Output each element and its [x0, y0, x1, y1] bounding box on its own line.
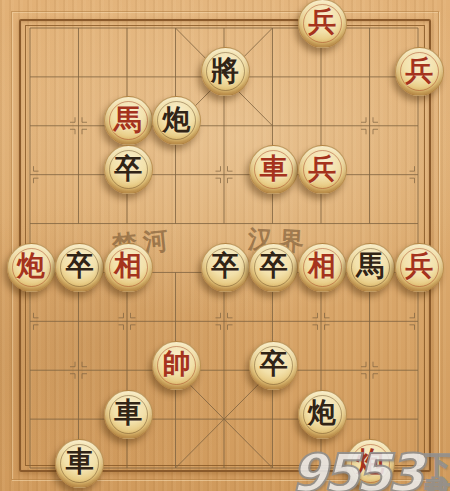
piece-black-chariot[interactable]: 車 — [55, 439, 104, 488]
piece-glyph: 卒 — [114, 155, 142, 183]
piece-glyph: 兵 — [308, 8, 336, 36]
piece-glyph: 卒 — [260, 350, 288, 378]
watermark-side: 下载 ◆com — [425, 453, 450, 491]
watermark-cn-text: 下载 — [425, 453, 450, 491]
piece-black-soldier[interactable]: 卒 — [55, 243, 104, 292]
piece-glyph: 車 — [260, 155, 288, 183]
piece-glyph: 炮 — [17, 252, 45, 280]
piece-glyph: 炮 — [308, 399, 336, 427]
piece-glyph: 卒 — [211, 252, 239, 280]
piece-glyph: 車 — [66, 448, 94, 476]
piece-black-soldier[interactable]: 卒 — [104, 145, 153, 194]
piece-black-soldier[interactable]: 卒 — [249, 243, 298, 292]
xiangqi-app-screenshot: 楚河 汉界 兵將兵馬炮卒車兵炮卒相卒卒相馬兵帥卒車炮車炮 9553 下载 ◆co… — [0, 0, 450, 491]
piece-red-cannon[interactable]: 炮 — [7, 243, 56, 292]
piece-red-chariot[interactable]: 車 — [249, 145, 298, 194]
piece-red-soldier[interactable]: 兵 — [298, 145, 347, 194]
piece-glyph: 馬 — [357, 252, 385, 280]
piece-red-soldier[interactable]: 兵 — [395, 47, 444, 96]
piece-glyph: 相 — [114, 252, 142, 280]
piece-glyph: 相 — [308, 252, 336, 280]
piece-red-elephant[interactable]: 相 — [104, 243, 153, 292]
piece-glyph: 兵 — [405, 252, 433, 280]
piece-red-soldier[interactable]: 兵 — [395, 243, 444, 292]
piece-glyph: 兵 — [405, 57, 433, 85]
piece-red-soldier[interactable]: 兵 — [298, 0, 347, 48]
piece-glyph: 卒 — [66, 252, 94, 280]
watermark: 9553 下载 ◆com — [291, 453, 450, 491]
piece-black-cannon[interactable]: 炮 — [298, 390, 347, 439]
pieces-layer: 兵將兵馬炮卒車兵炮卒相卒卒相馬兵帥卒車炮車炮 — [0, 0, 450, 491]
piece-glyph: 卒 — [260, 252, 288, 280]
piece-glyph: 車 — [114, 399, 142, 427]
piece-black-soldier[interactable]: 卒 — [249, 341, 298, 390]
piece-glyph: 將 — [211, 57, 239, 85]
piece-red-elephant[interactable]: 相 — [298, 243, 347, 292]
piece-red-general[interactable]: 帥 — [152, 341, 201, 390]
piece-red-horse[interactable]: 馬 — [104, 96, 153, 145]
piece-black-soldier[interactable]: 卒 — [201, 243, 250, 292]
watermark-number: 9553 — [291, 453, 420, 491]
piece-black-horse[interactable]: 馬 — [346, 243, 395, 292]
piece-glyph: 馬 — [114, 106, 142, 134]
piece-black-chariot[interactable]: 車 — [104, 390, 153, 439]
piece-black-general[interactable]: 將 — [201, 47, 250, 96]
piece-glyph: 炮 — [163, 106, 191, 134]
piece-glyph: 帥 — [163, 350, 191, 378]
piece-black-cannon[interactable]: 炮 — [152, 96, 201, 145]
piece-glyph: 兵 — [308, 155, 336, 183]
